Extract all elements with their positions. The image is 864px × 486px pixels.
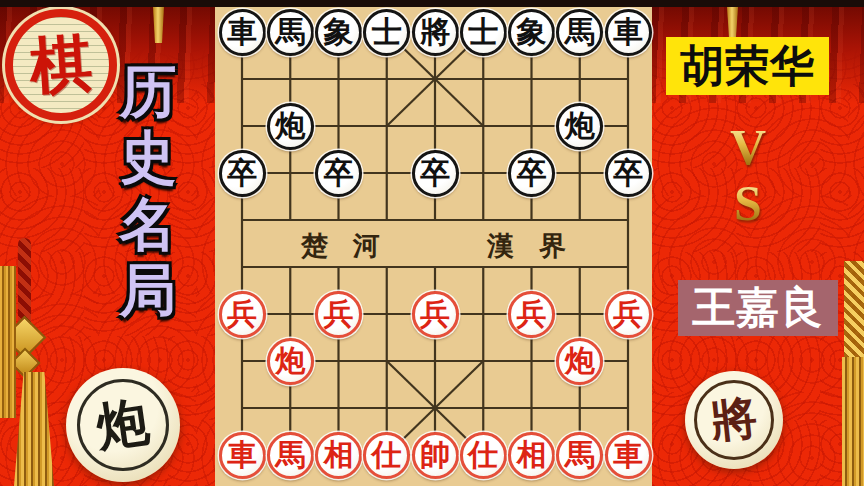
piece-red-仕-f5r9[interactable]: 仕	[460, 432, 507, 479]
piece-black-卒-f6r3[interactable]: 卒	[508, 150, 555, 197]
piece-red-兵-f4r6[interactable]: 兵	[412, 291, 459, 338]
piece-black-馬-f1r0[interactable]: 馬	[267, 9, 314, 56]
piece-red-兵-f6r6[interactable]: 兵	[508, 291, 555, 338]
tassel-fringe-icon	[842, 357, 864, 486]
title-char-1: 历	[120, 62, 177, 121]
decor-cannon-piece: 炮	[66, 368, 180, 482]
piece-red-炮-f7r7[interactable]: 炮	[556, 338, 603, 385]
top-black-strip	[0, 0, 864, 7]
piece-black-車-f8r0[interactable]: 車	[605, 9, 652, 56]
vs-letter-v: V	[730, 122, 766, 172]
piece-red-馬-f1r9[interactable]: 馬	[267, 432, 314, 479]
piece-black-將-f4r0[interactable]: 將	[412, 9, 459, 56]
title-char-2: 史	[120, 128, 177, 187]
vs-label: V S	[714, 122, 782, 228]
logo-qi-character: 棋	[27, 21, 95, 109]
piece-red-車-f8r9[interactable]: 車	[605, 432, 652, 479]
piece-red-兵-f8r6[interactable]: 兵	[605, 291, 652, 338]
video-frame: 楚河 漢界 車馬象士將士象馬車炮炮卒卒卒卒卒兵兵兵兵兵炮炮車馬相仕帥仕相馬車 棋…	[0, 0, 864, 486]
piece-red-相-f6r9[interactable]: 相	[508, 432, 555, 479]
piece-black-象-f2r0[interactable]: 象	[315, 9, 362, 56]
vertical-title: 历 史 名 局	[110, 62, 186, 320]
piece-red-仕-f3r9[interactable]: 仕	[363, 432, 410, 479]
piece-red-車-f0r9[interactable]: 車	[219, 432, 266, 479]
piece-black-卒-f0r3[interactable]: 卒	[219, 150, 266, 197]
piece-black-炮-f1r2[interactable]: 炮	[267, 103, 314, 150]
decor-general-piece: 將	[685, 371, 783, 469]
piece-red-兵-f0r6[interactable]: 兵	[219, 291, 266, 338]
piece-black-炮-f7r2[interactable]: 炮	[556, 103, 603, 150]
piece-black-象-f6r0[interactable]: 象	[508, 9, 555, 56]
title-char-4: 局	[120, 261, 177, 320]
piece-black-卒-f8r3[interactable]: 卒	[605, 150, 652, 197]
piece-red-相-f2r9[interactable]: 相	[315, 432, 362, 479]
tassel-fringe-thin-icon	[0, 266, 16, 418]
piece-red-馬-f7r9[interactable]: 馬	[556, 432, 603, 479]
decor-general-character: 將	[708, 387, 760, 453]
vs-letter-s: S	[734, 178, 762, 228]
piece-black-士-f3r0[interactable]: 士	[363, 9, 410, 56]
decor-general-ring: 將	[694, 380, 774, 460]
chess-logo-seal: 棋	[5, 9, 117, 121]
tassel-fringe-icon	[14, 372, 54, 486]
tassel-braid-icon	[844, 261, 864, 357]
piece-black-士-f5r0[interactable]: 士	[460, 9, 507, 56]
tassel-left	[0, 238, 64, 486]
piece-red-炮-f1r7[interactable]: 炮	[267, 338, 314, 385]
player-name-bottom: 王嘉良	[678, 280, 838, 336]
xiangqi-board: 楚河 漢界 車馬象士將士象馬車炮炮卒卒卒卒卒兵兵兵兵兵炮炮車馬相仕帥仕相馬車	[215, 0, 652, 486]
piece-black-馬-f7r0[interactable]: 馬	[556, 9, 603, 56]
river-label-han-jie: 漢界	[487, 228, 591, 264]
tassel-right	[840, 225, 864, 486]
piece-black-車-f0r0[interactable]: 車	[219, 9, 266, 56]
decor-cannon-character: 炮	[92, 387, 153, 464]
piece-black-卒-f2r3[interactable]: 卒	[315, 150, 362, 197]
piece-red-帥-f4r9[interactable]: 帥	[412, 432, 459, 479]
player-name-top: 胡荣华	[666, 37, 829, 95]
decor-cannon-ring: 炮	[77, 379, 169, 471]
river-label-chu-he: 楚河	[301, 228, 405, 264]
title-char-3: 名	[120, 195, 177, 254]
piece-black-卒-f4r3[interactable]: 卒	[412, 150, 459, 197]
piece-red-兵-f2r6[interactable]: 兵	[315, 291, 362, 338]
